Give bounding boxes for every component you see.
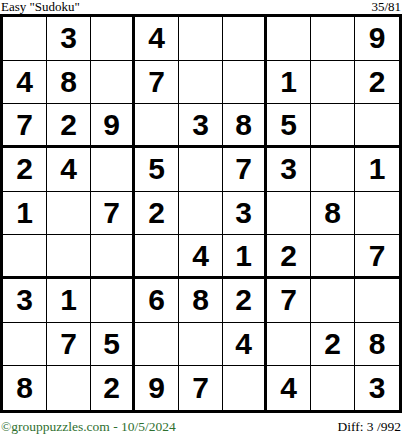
cell-r4c1[interactable]: 2	[3, 148, 47, 192]
cell-r5c4[interactable]: 2	[135, 192, 179, 236]
page-footer: ©grouppuzzles.com - 10/5/2024 Diff: 3 /9…	[0, 413, 402, 437]
copyright-text: ©grouppuzzles.com - 10/5/2024	[1, 419, 176, 434]
cell-r7c1[interactable]: 3	[3, 279, 47, 323]
cell-r9c9[interactable]: 3	[355, 366, 399, 410]
cell-r9c1[interactable]: 8	[3, 366, 47, 410]
cell-r9c3[interactable]: 2	[91, 366, 135, 410]
cell-r4c4[interactable]: 5	[135, 148, 179, 192]
cell-r6c6[interactable]: 1	[223, 235, 267, 279]
cell-r4c5[interactable]	[179, 148, 223, 192]
cell-r4c7[interactable]: 3	[267, 148, 311, 192]
cell-r8c8[interactable]: 2	[311, 323, 355, 367]
cell-r8c9[interactable]: 8	[355, 323, 399, 367]
cell-r4c6[interactable]: 7	[223, 148, 267, 192]
cell-r2c2[interactable]: 8	[47, 61, 91, 105]
cell-r2c6[interactable]	[223, 61, 267, 105]
cell-r6c7[interactable]: 2	[267, 235, 311, 279]
cell-r1c7[interactable]	[267, 17, 311, 61]
cell-r5c9[interactable]	[355, 192, 399, 236]
cell-r9c6[interactable]	[223, 366, 267, 410]
cell-r5c6[interactable]: 3	[223, 192, 267, 236]
sudoku-board: 3494871272938524573117238412731682775428…	[0, 14, 402, 413]
cell-r8c2[interactable]: 7	[47, 323, 91, 367]
sudoku-page: Easy "Sudoku" 35/81 34948712729385245731…	[0, 0, 402, 437]
cell-r5c7[interactable]	[267, 192, 311, 236]
given-count: 35/81	[371, 0, 401, 13]
cell-r2c5[interactable]	[179, 61, 223, 105]
cell-r2c7[interactable]: 1	[267, 61, 311, 105]
cell-r6c1[interactable]	[3, 235, 47, 279]
cell-r5c8[interactable]: 8	[311, 192, 355, 236]
cell-r1c5[interactable]	[179, 17, 223, 61]
cell-r7c3[interactable]	[91, 279, 135, 323]
cell-r9c5[interactable]: 7	[179, 366, 223, 410]
cell-r8c1[interactable]	[3, 323, 47, 367]
cell-r9c4[interactable]: 9	[135, 366, 179, 410]
cell-r7c9[interactable]	[355, 279, 399, 323]
cell-r3c3[interactable]: 9	[91, 104, 135, 148]
cell-r1c2[interactable]: 3	[47, 17, 91, 61]
cell-r3c8[interactable]	[311, 104, 355, 148]
cell-r9c8[interactable]	[311, 366, 355, 410]
cell-r7c5[interactable]: 8	[179, 279, 223, 323]
cell-r2c8[interactable]	[311, 61, 355, 105]
cell-r4c9[interactable]: 1	[355, 148, 399, 192]
cell-r2c4[interactable]: 7	[135, 61, 179, 105]
cell-r1c1[interactable]	[3, 17, 47, 61]
cell-r4c8[interactable]	[311, 148, 355, 192]
cell-r5c2[interactable]	[47, 192, 91, 236]
page-header: Easy "Sudoku" 35/81	[0, 0, 402, 14]
difficulty-text: Diff: 3 /992	[338, 419, 402, 434]
cell-r2c3[interactable]	[91, 61, 135, 105]
cell-r2c9[interactable]: 2	[355, 61, 399, 105]
cell-r1c8[interactable]	[311, 17, 355, 61]
cell-r8c3[interactable]: 5	[91, 323, 135, 367]
cell-r6c9[interactable]: 7	[355, 235, 399, 279]
cell-r2c1[interactable]: 4	[3, 61, 47, 105]
cell-r3c9[interactable]	[355, 104, 399, 148]
cell-r1c9[interactable]: 9	[355, 17, 399, 61]
cell-r9c2[interactable]	[47, 366, 91, 410]
cell-r6c8[interactable]	[311, 235, 355, 279]
cell-r8c4[interactable]	[135, 323, 179, 367]
cell-r7c4[interactable]: 6	[135, 279, 179, 323]
cell-r5c5[interactable]	[179, 192, 223, 236]
cell-r3c5[interactable]: 3	[179, 104, 223, 148]
cell-r4c2[interactable]: 4	[47, 148, 91, 192]
cell-r8c6[interactable]: 4	[223, 323, 267, 367]
cell-r5c1[interactable]: 1	[3, 192, 47, 236]
cell-r6c5[interactable]: 4	[179, 235, 223, 279]
cell-r8c7[interactable]	[267, 323, 311, 367]
cell-r7c8[interactable]	[311, 279, 355, 323]
cell-r7c2[interactable]: 1	[47, 279, 91, 323]
cell-r5c3[interactable]: 7	[91, 192, 135, 236]
cell-r4c3[interactable]	[91, 148, 135, 192]
cell-r9c7[interactable]: 4	[267, 366, 311, 410]
cell-r3c7[interactable]: 5	[267, 104, 311, 148]
cell-r3c2[interactable]: 2	[47, 104, 91, 148]
cell-r7c6[interactable]: 2	[223, 279, 267, 323]
cell-r7c7[interactable]: 7	[267, 279, 311, 323]
cell-r1c6[interactable]	[223, 17, 267, 61]
cell-r1c3[interactable]	[91, 17, 135, 61]
cell-r6c2[interactable]	[47, 235, 91, 279]
cell-r3c6[interactable]: 8	[223, 104, 267, 148]
cell-r3c4[interactable]	[135, 104, 179, 148]
puzzle-title: Easy "Sudoku"	[1, 0, 80, 13]
cell-r8c5[interactable]	[179, 323, 223, 367]
cell-r6c3[interactable]	[91, 235, 135, 279]
cell-r6c4[interactable]	[135, 235, 179, 279]
cell-r3c1[interactable]: 7	[3, 104, 47, 148]
cell-r1c4[interactable]: 4	[135, 17, 179, 61]
